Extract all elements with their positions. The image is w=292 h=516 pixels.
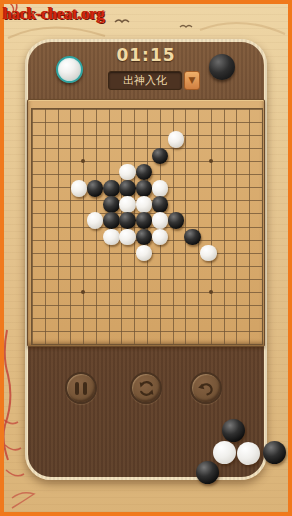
black-stone [136,229,153,246]
bird-icon [115,20,129,22]
board[interactable] [31,108,263,345]
board-frame [27,99,265,347]
black-stone [152,196,169,213]
pause-button[interactable] [65,372,97,404]
white-stone [103,229,120,246]
red-plant-stroke [12,493,34,508]
star-point [209,290,213,294]
chevron-down-icon: ▼ [189,76,196,85]
red-plant-stroke [4,330,11,460]
star-point [209,159,213,163]
decorative-black-stone [196,461,219,484]
white-stone [87,212,104,229]
decorative-black-stone [222,419,245,442]
white-player-stone-indicator [56,56,83,83]
black-stone [184,229,201,246]
black-stone [103,196,120,213]
timer: 01:15 [100,45,192,65]
restart-button[interactable] [130,372,162,404]
star-point [81,159,85,163]
black-stone [103,180,120,197]
pause-icon [75,382,87,395]
decorative-black-stone [263,441,286,464]
black-stone [168,212,185,229]
white-stone [152,212,169,229]
red-plant-stroke [4,420,24,476]
star-point [81,290,85,294]
white-stone [119,164,136,181]
difficulty-dropdown[interactable]: 出神入化 [108,71,182,90]
black-stone [136,180,153,197]
white-stone [71,180,88,197]
white-stone [119,229,136,246]
undo-button[interactable] [190,372,222,404]
bird-icon [180,26,192,28]
watermark: hack-cheat.org [3,5,105,23]
undo-icon [196,379,216,398]
white-stone [152,229,169,246]
white-stone [168,131,185,148]
dropdown-arrow-button[interactable]: ▼ [184,71,200,90]
restart-icon [137,379,156,398]
black-stone [136,212,153,229]
black-stone [119,212,136,229]
white-stone [200,245,217,262]
black-stone [152,148,169,165]
black-stone [119,180,136,197]
black-stone [87,180,104,197]
black-player-stone-indicator [209,54,235,80]
white-stone [136,196,153,213]
decorative-white-stone [237,442,260,465]
black-stone [136,164,153,181]
black-stone [103,212,120,229]
decorative-white-stone [213,441,236,464]
white-stone [136,245,153,262]
white-stone [152,180,169,197]
white-stone [119,196,136,213]
app-screen: 01:15 出神入化 ▼ hack-cheat.org [0,0,292,516]
